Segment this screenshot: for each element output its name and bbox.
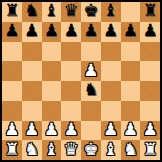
square-f3[interactable] <box>101 101 121 121</box>
square-c8[interactable]: ♝ <box>42 2 62 22</box>
square-c2[interactable]: ♟ <box>42 121 62 141</box>
square-g2[interactable]: ♟ <box>121 121 141 141</box>
square-e3[interactable] <box>81 101 101 121</box>
square-g3[interactable] <box>121 101 141 121</box>
square-h2[interactable]: ♟ <box>140 121 160 141</box>
piece-white-pawn[interactable]: ♟ <box>4 121 19 138</box>
square-h1[interactable]: ♜ <box>140 140 160 160</box>
square-a6[interactable] <box>2 42 22 62</box>
square-g5[interactable] <box>121 61 141 81</box>
square-e1[interactable]: ♚ <box>81 140 101 160</box>
piece-white-pawn[interactable]: ♟ <box>123 121 138 138</box>
square-e4[interactable]: ♞ <box>81 81 101 101</box>
square-a7[interactable]: ♟ <box>2 22 22 42</box>
piece-white-knight[interactable]: ♞ <box>123 141 138 158</box>
square-g4[interactable] <box>121 81 141 101</box>
piece-black-rook[interactable]: ♜ <box>143 2 158 19</box>
square-f2[interactable]: ♟ <box>101 121 121 141</box>
square-b7[interactable]: ♟ <box>22 22 42 42</box>
square-g7[interactable]: ♟ <box>121 22 141 42</box>
square-d1[interactable]: ♛ <box>61 140 81 160</box>
piece-white-pawn[interactable]: ♟ <box>44 121 59 138</box>
piece-black-bishop[interactable]: ♝ <box>103 2 118 19</box>
square-e5[interactable]: ♟ <box>81 61 101 81</box>
square-e6[interactable] <box>81 42 101 62</box>
chess-app-window: ♜♞♝♛♚♝♜♟♟♟♟♟♟♟♟♟♞♟♟♟♟♟♟♟♜♞♝♛♚♝♞♜ <box>0 0 162 162</box>
square-d5[interactable] <box>61 61 81 81</box>
piece-white-bishop[interactable]: ♝ <box>103 141 118 158</box>
square-e7[interactable]: ♟ <box>81 22 101 42</box>
square-f7[interactable]: ♟ <box>101 22 121 42</box>
square-c3[interactable] <box>42 101 62 121</box>
square-b2[interactable]: ♟ <box>22 121 42 141</box>
square-g8[interactable] <box>121 2 141 22</box>
piece-black-queen[interactable]: ♛ <box>64 2 79 19</box>
square-f4[interactable] <box>101 81 121 101</box>
piece-black-rook[interactable]: ♜ <box>4 2 19 19</box>
square-h4[interactable] <box>140 81 160 101</box>
square-d6[interactable] <box>61 42 81 62</box>
square-b6[interactable] <box>22 42 42 62</box>
square-a3[interactable] <box>2 101 22 121</box>
piece-white-bishop[interactable]: ♝ <box>44 141 59 158</box>
piece-white-pawn[interactable]: ♟ <box>143 121 158 138</box>
square-g1[interactable]: ♞ <box>121 140 141 160</box>
piece-white-queen[interactable]: ♛ <box>64 141 79 158</box>
square-d3[interactable] <box>61 101 81 121</box>
piece-black-king[interactable]: ♚ <box>83 2 98 19</box>
chess-board: ♜♞♝♛♚♝♜♟♟♟♟♟♟♟♟♟♞♟♟♟♟♟♟♟♜♞♝♛♚♝♞♜ <box>0 0 162 162</box>
piece-black-pawn[interactable]: ♟ <box>143 22 158 39</box>
square-d7[interactable]: ♟ <box>61 22 81 42</box>
square-h3[interactable] <box>140 101 160 121</box>
square-a4[interactable] <box>2 81 22 101</box>
square-c6[interactable] <box>42 42 62 62</box>
square-h6[interactable] <box>140 42 160 62</box>
piece-white-knight[interactable]: ♞ <box>24 141 39 158</box>
piece-white-rook[interactable]: ♜ <box>4 141 19 158</box>
square-h7[interactable]: ♟ <box>140 22 160 42</box>
square-f6[interactable] <box>101 42 121 62</box>
piece-black-pawn[interactable]: ♟ <box>44 22 59 39</box>
square-h5[interactable] <box>140 61 160 81</box>
piece-white-pawn[interactable]: ♟ <box>64 121 79 138</box>
piece-black-knight[interactable]: ♞ <box>24 2 39 19</box>
square-c5[interactable] <box>42 61 62 81</box>
piece-white-pawn[interactable]: ♟ <box>83 62 98 79</box>
square-c1[interactable]: ♝ <box>42 140 62 160</box>
square-d4[interactable] <box>61 81 81 101</box>
piece-white-rook[interactable]: ♜ <box>143 141 158 158</box>
square-c7[interactable]: ♟ <box>42 22 62 42</box>
square-d8[interactable]: ♛ <box>61 2 81 22</box>
square-b4[interactable] <box>22 81 42 101</box>
piece-black-pawn[interactable]: ♟ <box>123 22 138 39</box>
square-h8[interactable]: ♜ <box>140 2 160 22</box>
square-b3[interactable] <box>22 101 42 121</box>
piece-black-pawn[interactable]: ♟ <box>83 22 98 39</box>
square-g6[interactable] <box>121 42 141 62</box>
square-b5[interactable] <box>22 61 42 81</box>
square-e8[interactable]: ♚ <box>81 2 101 22</box>
square-b1[interactable]: ♞ <box>22 140 42 160</box>
square-f1[interactable]: ♝ <box>101 140 121 160</box>
square-f8[interactable]: ♝ <box>101 2 121 22</box>
square-a5[interactable] <box>2 61 22 81</box>
piece-white-pawn[interactable]: ♟ <box>103 121 118 138</box>
piece-black-knight[interactable]: ♞ <box>83 81 98 98</box>
square-d2[interactable]: ♟ <box>61 121 81 141</box>
square-e2[interactable] <box>81 121 101 141</box>
piece-white-pawn[interactable]: ♟ <box>24 121 39 138</box>
square-f5[interactable] <box>101 61 121 81</box>
piece-black-pawn[interactable]: ♟ <box>24 22 39 39</box>
square-a1[interactable]: ♜ <box>2 140 22 160</box>
piece-black-pawn[interactable]: ♟ <box>4 22 19 39</box>
square-a8[interactable]: ♜ <box>2 2 22 22</box>
piece-black-pawn[interactable]: ♟ <box>64 22 79 39</box>
piece-white-king[interactable]: ♚ <box>83 141 98 158</box>
piece-black-bishop[interactable]: ♝ <box>44 2 59 19</box>
square-b8[interactable]: ♞ <box>22 2 42 22</box>
piece-black-pawn[interactable]: ♟ <box>103 22 118 39</box>
square-a2[interactable]: ♟ <box>2 121 22 141</box>
square-c4[interactable] <box>42 81 62 101</box>
